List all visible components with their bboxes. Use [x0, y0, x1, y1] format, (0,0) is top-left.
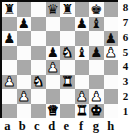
square-d4[interactable]: ♟ [46, 60, 61, 75]
square-d2[interactable] [46, 89, 61, 104]
square-h1[interactable] [104, 104, 119, 119]
file-label-c: c [30, 118, 45, 134]
square-c4[interactable] [31, 60, 46, 75]
square-d7[interactable] [46, 17, 61, 32]
rank-label-6: 6 [118, 30, 133, 45]
square-d6[interactable] [46, 31, 61, 46]
black-bishop[interactable]: ♝ [90, 17, 102, 31]
square-a4[interactable] [2, 60, 17, 75]
square-b5[interactable] [17, 46, 32, 61]
file-labels: abcdefgh [0, 118, 118, 134]
square-d1[interactable]: ♛ [46, 104, 61, 119]
square-e6[interactable] [60, 31, 75, 46]
square-b1[interactable] [17, 104, 32, 119]
file-label-f: f [74, 118, 89, 134]
square-e1[interactable] [60, 104, 75, 119]
square-h8[interactable] [104, 2, 119, 17]
file-label-h: h [103, 118, 118, 134]
square-f3[interactable] [75, 75, 90, 90]
black-bishop[interactable]: ♝ [76, 46, 88, 60]
square-c5[interactable] [31, 46, 46, 61]
rank-label-7: 7 [118, 15, 133, 30]
square-g2[interactable]: ♟ [89, 89, 104, 104]
black-pawn[interactable]: ♟ [105, 31, 117, 45]
square-c7[interactable] [31, 17, 46, 32]
square-h5[interactable]: ♟ [104, 46, 119, 61]
rank-label-2: 2 [118, 89, 133, 104]
square-e8[interactable]: ♜ [60, 2, 75, 17]
rank-label-5: 5 [118, 44, 133, 59]
square-f2[interactable]: ♟ [75, 89, 90, 104]
square-f1[interactable]: ♜ [75, 104, 90, 119]
square-h4[interactable] [104, 60, 119, 75]
white-king[interactable]: ♚ [90, 104, 102, 118]
chess-board: ♜♛♜♚♟♟♝♟♟♟♞♝♟♟♟♟♞♜♟♟♟♛♜♚ [0, 0, 118, 118]
file-label-a: a [0, 118, 15, 134]
square-f6[interactable] [75, 31, 90, 46]
square-g8[interactable]: ♚ [89, 2, 104, 17]
square-f7[interactable]: ♟ [75, 17, 90, 32]
square-c6[interactable] [31, 31, 46, 46]
white-pawn[interactable]: ♟ [18, 89, 30, 103]
white-pawn[interactable]: ♟ [76, 89, 88, 103]
square-a5[interactable] [2, 46, 17, 61]
black-pawn[interactable]: ♟ [90, 46, 102, 60]
square-h3[interactable] [104, 75, 119, 90]
rank-label-4: 4 [118, 59, 133, 74]
square-c8[interactable] [31, 2, 46, 17]
square-g5[interactable]: ♟ [89, 46, 104, 61]
square-e2[interactable] [60, 89, 75, 104]
rank-labels: 87654321 [118, 0, 133, 118]
file-label-b: b [15, 118, 30, 134]
file-label-g: g [89, 118, 104, 134]
rank-label-1: 1 [118, 103, 133, 118]
rank-label-8: 8 [118, 0, 133, 15]
square-b2[interactable]: ♟ [17, 89, 32, 104]
square-e7[interactable] [60, 17, 75, 32]
square-a2[interactable] [2, 89, 17, 104]
square-e3[interactable]: ♜ [60, 75, 75, 90]
black-rook[interactable]: ♜ [3, 2, 15, 16]
white-pawn[interactable]: ♟ [105, 46, 117, 60]
white-knight[interactable]: ♞ [61, 46, 73, 60]
square-g3[interactable] [89, 75, 104, 90]
chess-diagram: ♜♛♜♚♟♟♝♟♟♟♞♝♟♟♟♟♞♜♟♟♟♛♜♚ 87654321 abcdef… [0, 0, 133, 134]
square-f8[interactable] [75, 2, 90, 17]
rank-label-3: 3 [118, 74, 133, 89]
black-pawn[interactable]: ♟ [76, 17, 88, 31]
black-pawn[interactable]: ♟ [18, 17, 30, 31]
square-h6[interactable]: ♟ [104, 31, 119, 46]
square-a6[interactable]: ♟ [2, 31, 17, 46]
file-label-d: d [44, 118, 59, 134]
square-a7[interactable] [2, 17, 17, 32]
square-b3[interactable] [17, 75, 32, 90]
white-knight[interactable]: ♞ [32, 75, 44, 89]
file-label-e: e [59, 118, 74, 134]
square-h2[interactable] [104, 89, 119, 104]
square-c1[interactable] [31, 104, 46, 119]
square-d8[interactable]: ♛ [46, 2, 61, 17]
square-b6[interactable] [17, 31, 32, 46]
square-a3[interactable]: ♟ [2, 75, 17, 90]
white-pawn[interactable]: ♟ [90, 89, 102, 103]
square-d3[interactable] [46, 75, 61, 90]
white-pawn[interactable]: ♟ [47, 60, 59, 74]
square-f5[interactable]: ♝ [75, 46, 90, 61]
square-g7[interactable]: ♝ [89, 17, 104, 32]
square-e4[interactable] [60, 60, 75, 75]
square-f4[interactable] [75, 60, 90, 75]
square-g1[interactable]: ♚ [89, 104, 104, 119]
square-e5[interactable]: ♞ [60, 46, 75, 61]
black-pawn[interactable]: ♟ [47, 46, 59, 60]
square-d5[interactable]: ♟ [46, 46, 61, 61]
square-b4[interactable] [17, 60, 32, 75]
black-rook[interactable]: ♜ [61, 2, 73, 16]
white-rook[interactable]: ♜ [76, 104, 88, 118]
white-rook[interactable]: ♜ [61, 75, 73, 89]
square-a8[interactable]: ♜ [2, 2, 17, 17]
white-queen[interactable]: ♛ [47, 104, 59, 118]
square-c3[interactable]: ♞ [31, 75, 46, 90]
square-h7[interactable] [104, 17, 119, 32]
square-b8[interactable] [17, 2, 32, 17]
white-pawn[interactable]: ♟ [3, 75, 15, 89]
black-pawn[interactable]: ♟ [3, 31, 15, 45]
black-queen[interactable]: ♛ [47, 2, 59, 16]
black-king[interactable]: ♚ [90, 2, 102, 16]
square-b7[interactable]: ♟ [17, 17, 32, 32]
square-a1[interactable] [2, 104, 17, 119]
square-c2[interactable] [31, 89, 46, 104]
square-g6[interactable] [89, 31, 104, 46]
square-g4[interactable] [89, 60, 104, 75]
